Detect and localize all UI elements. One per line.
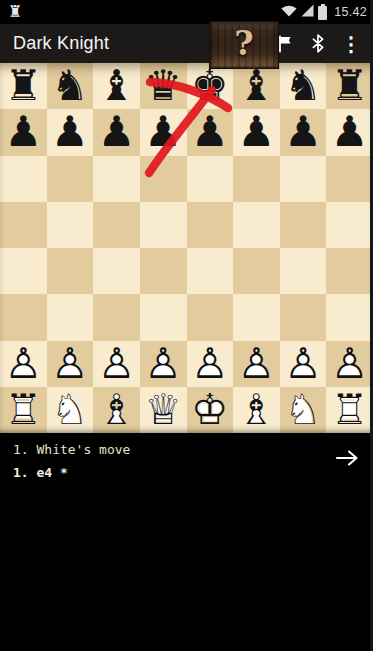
square-d7[interactable]: ♟ [140, 109, 187, 155]
wifi-icon [281, 3, 297, 21]
square-b1[interactable]: ♞♘ [47, 387, 94, 433]
square-e3[interactable] [187, 294, 234, 340]
square-a2[interactable]: ♟♙ [0, 341, 47, 387]
black-knight-piece: ♞ [47, 63, 94, 109]
square-e7[interactable]: ♟ [187, 109, 234, 155]
square-d3[interactable] [140, 294, 187, 340]
square-g4[interactable] [280, 248, 327, 294]
square-h2[interactable]: ♟♙ [326, 341, 373, 387]
white-bishop-piece: ♝♗ [233, 387, 280, 433]
square-a1[interactable]: ♜♖ [0, 387, 47, 433]
black-pawn-piece: ♟ [93, 109, 140, 155]
square-c7[interactable]: ♟ [93, 109, 140, 155]
square-b6[interactable] [47, 156, 94, 202]
square-a4[interactable] [0, 248, 47, 294]
black-knight-piece: ♞ [280, 63, 327, 109]
square-f4[interactable] [233, 248, 280, 294]
white-pawn-piece: ♟♙ [140, 341, 187, 387]
black-rook-piece: ♜ [0, 63, 47, 109]
white-king-piece: ♚♔ [187, 387, 234, 433]
square-g5[interactable] [280, 202, 327, 248]
square-g8[interactable]: ♞ [280, 63, 327, 109]
white-pawn-piece: ♟♙ [187, 341, 234, 387]
square-h6[interactable] [326, 156, 373, 202]
white-rook-piece: ♜♖ [0, 387, 47, 433]
square-e6[interactable] [187, 156, 234, 202]
square-f3[interactable] [233, 294, 280, 340]
square-c6[interactable] [93, 156, 140, 202]
status-bar: ♜ 15.42 [0, 0, 373, 24]
status-icons: 15.42 [281, 0, 367, 24]
square-d5[interactable] [140, 202, 187, 248]
overflow-menu-icon: ⋮ [341, 34, 361, 54]
square-a8[interactable]: ♜ [0, 63, 47, 109]
square-h1[interactable]: ♜♖ [326, 387, 373, 433]
square-f8[interactable]: ♝ [233, 63, 280, 109]
white-pawn-piece: ♟♙ [326, 341, 373, 387]
black-rook-piece: ♜ [326, 63, 373, 109]
square-c2[interactable]: ♟♙ [93, 341, 140, 387]
help-button[interactable]: ? [209, 21, 279, 69]
square-b2[interactable]: ♟♙ [47, 341, 94, 387]
black-pawn-piece: ♟ [47, 109, 94, 155]
forward-move-button[interactable] [334, 445, 360, 471]
black-pawn-piece: ♟ [140, 109, 187, 155]
square-f6[interactable] [233, 156, 280, 202]
move-status-line: 1. White's move [13, 442, 130, 457]
square-a6[interactable] [0, 156, 47, 202]
square-f2[interactable]: ♟♙ [233, 341, 280, 387]
square-f7[interactable]: ♟ [233, 109, 280, 155]
square-b5[interactable] [47, 202, 94, 248]
square-d4[interactable] [140, 248, 187, 294]
white-pawn-piece: ♟♙ [280, 341, 327, 387]
white-pawn-piece: ♟♙ [0, 341, 47, 387]
square-e8[interactable]: ♚ [187, 63, 234, 109]
white-knight-piece: ♞♘ [280, 387, 327, 433]
square-b3[interactable] [47, 294, 94, 340]
square-g7[interactable]: ♟ [280, 109, 327, 155]
square-d8[interactable]: ♛ [140, 63, 187, 109]
right-arrow-icon [335, 449, 359, 467]
clock-time: 15.42 [334, 5, 367, 19]
square-h4[interactable] [326, 248, 373, 294]
white-bishop-piece: ♝♗ [93, 387, 140, 433]
black-queen-piece: ♛ [140, 63, 187, 109]
bluetooth-button[interactable] [306, 32, 330, 56]
square-f1[interactable]: ♝♗ [233, 387, 280, 433]
action-bar: Dark Knight ⋮ [0, 24, 373, 63]
square-e4[interactable] [187, 248, 234, 294]
black-pawn-piece: ♟ [280, 109, 327, 155]
square-e1[interactable]: ♚♔ [187, 387, 234, 433]
white-knight-piece: ♞♘ [47, 387, 94, 433]
square-h8[interactable]: ♜ [326, 63, 373, 109]
square-a5[interactable] [0, 202, 47, 248]
square-c4[interactable] [93, 248, 140, 294]
black-king-piece: ♚ [187, 63, 234, 109]
cell-signal-icon [301, 3, 314, 21]
black-pawn-piece: ♟ [0, 109, 47, 155]
square-g1[interactable]: ♞♘ [280, 387, 327, 433]
square-b8[interactable]: ♞ [47, 63, 94, 109]
rook-notification-icon: ♜ [8, 2, 22, 22]
black-bishop-piece: ♝ [93, 63, 140, 109]
square-g6[interactable] [280, 156, 327, 202]
square-h3[interactable] [326, 294, 373, 340]
white-rook-piece: ♜♖ [326, 387, 373, 433]
move-list-line: 1. e4 * [13, 465, 68, 480]
move-panel: 1. White's move 1. e4 * [0, 433, 373, 651]
square-d2[interactable]: ♟♙ [140, 341, 187, 387]
square-c8[interactable]: ♝ [93, 63, 140, 109]
square-f5[interactable] [233, 202, 280, 248]
chess-board: ♜♞♝♛♚♝♞♜♟♟♟♟♟♟♟♟♟♙♟♙♟♙♟♙♟♙♟♙♟♙♟♙♜♖♞♘♝♗♛♕… [0, 63, 373, 433]
square-e2[interactable]: ♟♙ [187, 341, 234, 387]
square-b4[interactable] [47, 248, 94, 294]
black-pawn-piece: ♟ [326, 109, 373, 155]
phone-screen: ♜ 15.42 Dark Knight [0, 0, 373, 651]
square-d6[interactable] [140, 156, 187, 202]
white-pawn-piece: ♟♙ [233, 341, 280, 387]
square-d1[interactable]: ♛♕ [140, 387, 187, 433]
square-g2[interactable]: ♟♙ [280, 341, 327, 387]
battery-icon [318, 6, 327, 20]
square-h5[interactable] [326, 202, 373, 248]
square-a7[interactable]: ♟ [0, 109, 47, 155]
square-c3[interactable] [93, 294, 140, 340]
action-bar-icons: ⋮ [273, 24, 373, 63]
square-c1[interactable]: ♝♗ [93, 387, 140, 433]
square-a3[interactable] [0, 294, 47, 340]
black-pawn-piece: ♟ [187, 109, 234, 155]
square-b7[interactable]: ♟ [47, 109, 94, 155]
white-pawn-piece: ♟♙ [47, 341, 94, 387]
white-queen-piece: ♛♕ [140, 387, 187, 433]
square-g3[interactable] [280, 294, 327, 340]
square-h7[interactable]: ♟ [326, 109, 373, 155]
app-title: Dark Knight [13, 24, 109, 63]
white-pawn-piece: ♟♙ [93, 341, 140, 387]
square-e5[interactable] [187, 202, 234, 248]
question-mark-icon: ? [234, 24, 253, 63]
black-bishop-piece: ♝ [233, 63, 280, 109]
square-c5[interactable] [93, 202, 140, 248]
overflow-menu-button[interactable]: ⋮ [339, 32, 363, 56]
black-pawn-piece: ♟ [233, 109, 280, 155]
